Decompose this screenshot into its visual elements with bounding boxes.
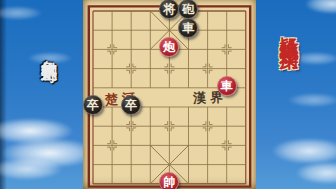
piece-black-chariot[interactable]: 車	[178, 18, 198, 38]
piece-red-cannon[interactable]: 炮	[159, 37, 179, 57]
cloud	[272, 138, 336, 164]
cloud	[296, 162, 336, 184]
cloud	[0, 118, 73, 144]
piece-red-chariot[interactable]: 車	[217, 76, 237, 96]
piece-black-pawn[interactable]: 卒	[121, 95, 141, 115]
cloud	[292, 52, 336, 65]
piece-black-general[interactable]: 将	[159, 0, 179, 19]
cloud	[305, 0, 336, 14]
piece-red-general[interactable]: 帥	[159, 172, 179, 189]
left-edge-vignette	[0, 0, 7, 189]
piece-black-pawn[interactable]: 卒	[83, 95, 103, 115]
screenshot-stage: 象棋刘正哥 疑难绝妙实用 楚河 漢界 将砲車炮車卒卒帥	[0, 0, 336, 189]
caption-channel-name: 象棋刘正哥	[38, 47, 59, 57]
piece-black-cannon[interactable]: 砲	[178, 0, 198, 19]
cloud	[288, 93, 336, 107]
cloud	[0, 158, 62, 180]
pieces-layer: 将砲車炮車卒卒帥	[83, 1, 255, 189]
caption-title: 疑难绝妙实用	[276, 21, 302, 39]
xiangqi-board: 楚河 漢界 将砲車炮車卒卒帥	[83, 0, 256, 189]
